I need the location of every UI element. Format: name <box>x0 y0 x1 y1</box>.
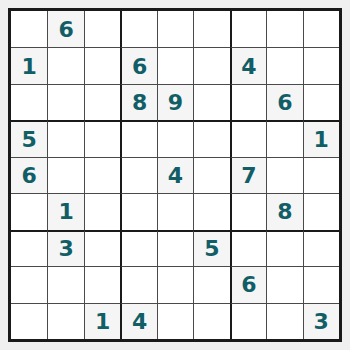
cell-r5-c9[interactable] <box>303 157 339 193</box>
cell-r1-c5[interactable] <box>157 11 193 47</box>
cell-r7-c9[interactable] <box>303 230 339 266</box>
cell-r4-c9[interactable]: 1 <box>303 120 339 156</box>
cell-r1-c7[interactable] <box>230 11 266 47</box>
cell-r5-c2[interactable] <box>47 157 83 193</box>
cell-r8-c7[interactable]: 6 <box>230 266 266 302</box>
cell-r5-c1[interactable]: 6 <box>11 157 47 193</box>
cell-r6-c7[interactable] <box>230 193 266 229</box>
cell-r3-c6[interactable] <box>193 84 229 120</box>
cell-r7-c5[interactable] <box>157 230 193 266</box>
cell-r8-c5[interactable] <box>157 266 193 302</box>
cell-r1-c8[interactable] <box>266 11 302 47</box>
cell-r2-c3[interactable] <box>84 47 120 83</box>
cell-r8-c9[interactable] <box>303 266 339 302</box>
cell-r3-c1[interactable] <box>11 84 47 120</box>
cell-r4-c4[interactable] <box>120 120 156 156</box>
cell-r5-c7[interactable]: 7 <box>230 157 266 193</box>
cell-r1-c6[interactable] <box>193 11 229 47</box>
sudoku-board: 61648965164718356143 <box>8 8 342 342</box>
cell-r3-c3[interactable] <box>84 84 120 120</box>
cell-r3-c5[interactable]: 9 <box>157 84 193 120</box>
cell-r6-c8[interactable]: 8 <box>266 193 302 229</box>
cell-r3-c9[interactable] <box>303 84 339 120</box>
cell-r8-c6[interactable] <box>193 266 229 302</box>
cell-r9-c2[interactable] <box>47 303 83 339</box>
cell-r9-c1[interactable] <box>11 303 47 339</box>
cell-r7-c1[interactable] <box>11 230 47 266</box>
cell-r3-c8[interactable]: 6 <box>266 84 302 120</box>
cell-r7-c7[interactable] <box>230 230 266 266</box>
cell-r9-c5[interactable] <box>157 303 193 339</box>
cell-r9-c4[interactable]: 4 <box>120 303 156 339</box>
cell-r9-c8[interactable] <box>266 303 302 339</box>
cell-r6-c5[interactable] <box>157 193 193 229</box>
cell-r2-c4[interactable]: 6 <box>120 47 156 83</box>
cell-r1-c9[interactable] <box>303 11 339 47</box>
cell-r6-c4[interactable] <box>120 193 156 229</box>
cell-r9-c3[interactable]: 1 <box>84 303 120 339</box>
cell-r6-c2[interactable]: 1 <box>47 193 83 229</box>
cell-r8-c2[interactable] <box>47 266 83 302</box>
cell-r6-c9[interactable] <box>303 193 339 229</box>
cell-r1-c4[interactable] <box>120 11 156 47</box>
cell-r7-c2[interactable]: 3 <box>47 230 83 266</box>
cell-r2-c6[interactable] <box>193 47 229 83</box>
cell-r1-c3[interactable] <box>84 11 120 47</box>
cell-r2-c9[interactable] <box>303 47 339 83</box>
cell-r9-c9[interactable]: 3 <box>303 303 339 339</box>
cell-r8-c3[interactable] <box>84 266 120 302</box>
cell-r5-c4[interactable] <box>120 157 156 193</box>
cell-r2-c1[interactable]: 1 <box>11 47 47 83</box>
cell-r5-c5[interactable]: 4 <box>157 157 193 193</box>
cell-r8-c4[interactable] <box>120 266 156 302</box>
cell-r6-c1[interactable] <box>11 193 47 229</box>
cell-r5-c8[interactable] <box>266 157 302 193</box>
cell-r7-c4[interactable] <box>120 230 156 266</box>
cell-r7-c3[interactable] <box>84 230 120 266</box>
cell-r2-c5[interactable] <box>157 47 193 83</box>
cell-r4-c1[interactable]: 5 <box>11 120 47 156</box>
cell-r4-c6[interactable] <box>193 120 229 156</box>
cell-r8-c8[interactable] <box>266 266 302 302</box>
cell-r4-c2[interactable] <box>47 120 83 156</box>
cell-r5-c6[interactable] <box>193 157 229 193</box>
cell-r3-c4[interactable]: 8 <box>120 84 156 120</box>
cell-r7-c6[interactable]: 5 <box>193 230 229 266</box>
cell-r1-c2[interactable]: 6 <box>47 11 83 47</box>
cell-r7-c8[interactable] <box>266 230 302 266</box>
cell-r5-c3[interactable] <box>84 157 120 193</box>
cell-r8-c1[interactable] <box>11 266 47 302</box>
cell-r4-c5[interactable] <box>157 120 193 156</box>
cell-r1-c1[interactable] <box>11 11 47 47</box>
cell-r6-c6[interactable] <box>193 193 229 229</box>
cell-r2-c2[interactable] <box>47 47 83 83</box>
cell-r4-c8[interactable] <box>266 120 302 156</box>
cell-r9-c6[interactable] <box>193 303 229 339</box>
cell-r4-c7[interactable] <box>230 120 266 156</box>
cell-r6-c3[interactable] <box>84 193 120 229</box>
cell-r2-c8[interactable] <box>266 47 302 83</box>
cell-r4-c3[interactable] <box>84 120 120 156</box>
cell-r3-c2[interactable] <box>47 84 83 120</box>
cell-r2-c7[interactable]: 4 <box>230 47 266 83</box>
cell-r9-c7[interactable] <box>230 303 266 339</box>
cell-r3-c7[interactable] <box>230 84 266 120</box>
